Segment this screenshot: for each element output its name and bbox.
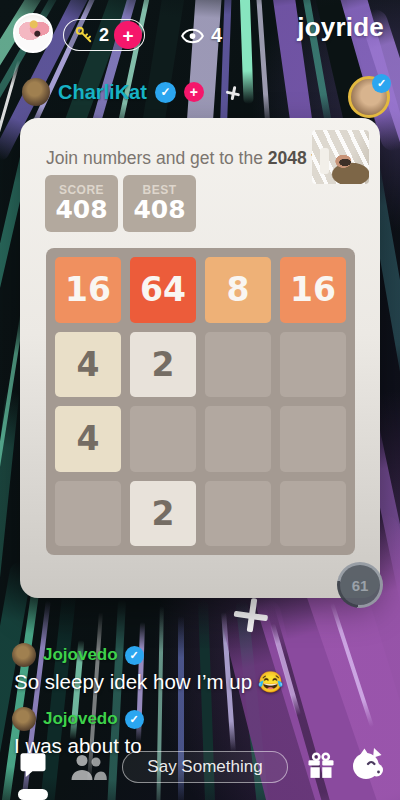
plus-icon: + bbox=[190, 85, 198, 99]
chat-avatar[interactable] bbox=[12, 643, 36, 667]
best-value: 408 bbox=[133, 197, 185, 223]
chat-text: So sleepy idek how I’m up 😂 bbox=[14, 670, 372, 694]
joyride-unicorn-icon[interactable] bbox=[349, 745, 387, 783]
chat-username[interactable]: Jojovedo bbox=[43, 645, 118, 665]
plus-icon: + bbox=[122, 26, 133, 45]
verified-badge-icon: ✓ bbox=[125, 646, 144, 665]
bg-streak bbox=[254, 0, 270, 130]
say-something-placeholder: Say Something bbox=[147, 757, 262, 777]
score-panel: SCORE 408 BEST 408 bbox=[45, 175, 196, 232]
tile-r3c2 bbox=[205, 481, 271, 547]
follow-host-button[interactable]: + bbox=[184, 82, 204, 102]
verified-badge-icon: ✓ bbox=[155, 82, 176, 103]
tile-r0c0: 16 bbox=[55, 257, 121, 323]
tile-r1c2 bbox=[205, 332, 271, 398]
chat-username[interactable]: Jojovedo bbox=[43, 709, 118, 729]
tile-r1c3 bbox=[280, 332, 346, 398]
verified-badge-icon: ✓ bbox=[125, 710, 144, 729]
tile-r2c0: 4 bbox=[55, 406, 121, 472]
timer-seconds: 61 bbox=[337, 562, 383, 608]
host-avatar[interactable] bbox=[22, 78, 50, 106]
tile-r1c0: 4 bbox=[55, 332, 121, 398]
sparkle-cross-icon bbox=[225, 85, 242, 102]
round-timer: 61 bbox=[337, 562, 383, 608]
chat-message[interactable]: Jojovedo ✓ So sleepy idek how I’m up 😂 bbox=[12, 643, 372, 694]
keys-count: 2 bbox=[99, 25, 109, 46]
score-value: 408 bbox=[55, 197, 107, 223]
tile-r3c1: 2 bbox=[130, 481, 196, 547]
gift-icon[interactable] bbox=[306, 751, 336, 781]
guest-avatar[interactable]: ✓ bbox=[348, 76, 390, 118]
tile-r0c2: 8 bbox=[205, 257, 271, 323]
tile-r0c1: 64 bbox=[130, 257, 196, 323]
host-name[interactable]: CharliKat bbox=[58, 81, 147, 104]
sparkle-cross-icon bbox=[232, 596, 270, 634]
eye-icon bbox=[181, 28, 204, 44]
game-instruction: Join numbers and get to the 2048 ti bbox=[46, 148, 314, 169]
viewer-counter[interactable]: 4 bbox=[181, 24, 222, 47]
tile-r2c2 bbox=[205, 406, 271, 472]
chat-avatar[interactable] bbox=[12, 707, 36, 731]
tile-r1c1: 2 bbox=[130, 332, 196, 398]
game-2048-card: Join numbers and get to the 2048 ti SCOR… bbox=[20, 118, 380, 598]
home-indicator bbox=[18, 789, 48, 800]
participants-icon[interactable] bbox=[68, 752, 108, 782]
host-webcam-thumbnail[interactable] bbox=[312, 130, 369, 184]
say-something-input[interactable]: Say Something bbox=[122, 751, 288, 783]
joyride-logo: joyride bbox=[297, 12, 384, 43]
viewer-count: 4 bbox=[211, 24, 222, 47]
best-box: BEST 408 bbox=[123, 175, 196, 232]
tile-r0c3: 16 bbox=[280, 257, 346, 323]
tile-r2c3 bbox=[280, 406, 346, 472]
chat-bubble-icon[interactable] bbox=[18, 750, 48, 780]
key-icon bbox=[74, 25, 94, 45]
tile-r3c3 bbox=[280, 481, 346, 547]
keys-pill[interactable]: 2 + bbox=[63, 19, 145, 51]
verified-badge-icon: ✓ bbox=[372, 74, 391, 93]
score-box: SCORE 408 bbox=[45, 175, 118, 232]
tile-r2c1 bbox=[130, 406, 196, 472]
add-keys-button[interactable]: + bbox=[114, 21, 142, 49]
tile-r3c0 bbox=[55, 481, 121, 547]
game-board[interactable]: 16 64 8 16 4 2 4 2 bbox=[46, 248, 355, 555]
app-screen: 2 + 4 joyride CharliKat ✓ + ✓ Join numbe… bbox=[0, 0, 400, 800]
host-row: CharliKat ✓ + bbox=[22, 78, 204, 106]
my-avatar[interactable] bbox=[13, 13, 53, 53]
